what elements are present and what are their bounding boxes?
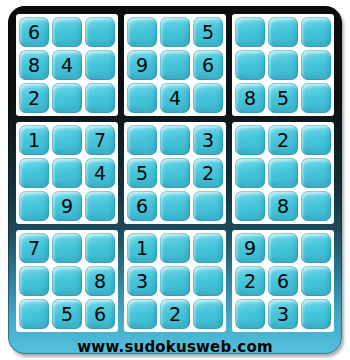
box-2-3: 28: [232, 122, 334, 224]
box-3-1: 7856: [16, 230, 118, 332]
cell-r6c8[interactable]: 8: [268, 191, 298, 221]
cell-r1c7[interactable]: [235, 17, 265, 47]
cell-r4c1[interactable]: 1: [19, 125, 49, 155]
cell-r9c2[interactable]: 5: [52, 299, 82, 329]
cell-r5c1[interactable]: [19, 158, 49, 188]
cell-r1c3[interactable]: [85, 17, 115, 47]
cell-r1c4[interactable]: [127, 17, 157, 47]
cell-r8c2[interactable]: [52, 266, 82, 296]
cell-r5c7[interactable]: [235, 158, 265, 188]
cell-r4c5[interactable]: [160, 125, 190, 155]
cell-r6c3[interactable]: [85, 191, 115, 221]
cell-r2c7[interactable]: [235, 50, 265, 80]
cell-r4c6[interactable]: 3: [193, 125, 223, 155]
cell-r5c3[interactable]: 4: [85, 158, 115, 188]
cell-r5c4[interactable]: 5: [127, 158, 157, 188]
box-1-3: 85: [232, 14, 334, 116]
cell-r5c6[interactable]: 2: [193, 158, 223, 188]
box-2-2: 3526: [124, 122, 226, 224]
cell-r7c2[interactable]: [52, 233, 82, 263]
cell-r7c5[interactable]: [160, 233, 190, 263]
cell-r7c1[interactable]: 7: [19, 233, 49, 263]
cell-r3c1[interactable]: 2: [19, 83, 49, 113]
sudoku-board-frame: 6842596485174935262878561329263 www.sudo…: [8, 6, 342, 354]
cell-r8c1[interactable]: [19, 266, 49, 296]
cell-r4c4[interactable]: [127, 125, 157, 155]
cell-r9c1[interactable]: [19, 299, 49, 329]
cell-r2c2[interactable]: 4: [52, 50, 82, 80]
cell-r9c8[interactable]: 3: [268, 299, 298, 329]
cell-r2c1[interactable]: 8: [19, 50, 49, 80]
cell-r2c5[interactable]: [160, 50, 190, 80]
cell-r9c6[interactable]: [193, 299, 223, 329]
cell-r8c5[interactable]: [160, 266, 190, 296]
cell-r5c8[interactable]: [268, 158, 298, 188]
cell-r1c6[interactable]: 5: [193, 17, 223, 47]
box-1-2: 5964: [124, 14, 226, 116]
cell-r4c3[interactable]: 7: [85, 125, 115, 155]
cell-r4c8[interactable]: 2: [268, 125, 298, 155]
cell-r7c7[interactable]: 9: [235, 233, 265, 263]
cell-r1c2[interactable]: [52, 17, 82, 47]
sudoku-board: 6842596485174935262878561329263: [15, 14, 335, 332]
cell-r4c7[interactable]: [235, 125, 265, 155]
box-1-1: 6842: [16, 14, 118, 116]
cell-r2c9[interactable]: [301, 50, 331, 80]
cell-r3c6[interactable]: [193, 83, 223, 113]
cell-r9c7[interactable]: [235, 299, 265, 329]
cell-r2c8[interactable]: [268, 50, 298, 80]
site-url[interactable]: www.sudokusweb.com: [15, 335, 335, 359]
cell-r6c4[interactable]: 6: [127, 191, 157, 221]
cell-r6c2[interactable]: 9: [52, 191, 82, 221]
cell-r1c1[interactable]: 6: [19, 17, 49, 47]
cell-r8c9[interactable]: [301, 266, 331, 296]
cell-r3c9[interactable]: [301, 83, 331, 113]
cell-r1c8[interactable]: [268, 17, 298, 47]
cell-r8c4[interactable]: 3: [127, 266, 157, 296]
cell-r5c5[interactable]: [160, 158, 190, 188]
cell-r3c4[interactable]: [127, 83, 157, 113]
cell-r9c3[interactable]: 6: [85, 299, 115, 329]
cell-r7c9[interactable]: [301, 233, 331, 263]
cell-r3c3[interactable]: [85, 83, 115, 113]
cell-r4c9[interactable]: [301, 125, 331, 155]
cell-r3c2[interactable]: [52, 83, 82, 113]
cell-r2c3[interactable]: [85, 50, 115, 80]
cell-r8c3[interactable]: 8: [85, 266, 115, 296]
cell-r9c9[interactable]: [301, 299, 331, 329]
cell-r7c8[interactable]: [268, 233, 298, 263]
cell-r3c5[interactable]: 4: [160, 83, 190, 113]
cell-r7c3[interactable]: [85, 233, 115, 263]
box-3-2: 132: [124, 230, 226, 332]
cell-r6c5[interactable]: [160, 191, 190, 221]
cell-r9c4[interactable]: [127, 299, 157, 329]
cell-r3c8[interactable]: 5: [268, 83, 298, 113]
cell-r7c4[interactable]: 1: [127, 233, 157, 263]
cell-r9c5[interactable]: 2: [160, 299, 190, 329]
cell-r1c5[interactable]: [160, 17, 190, 47]
cell-r6c9[interactable]: [301, 191, 331, 221]
cell-r2c4[interactable]: 9: [127, 50, 157, 80]
cell-r6c6[interactable]: [193, 191, 223, 221]
cell-r6c1[interactable]: [19, 191, 49, 221]
cell-r8c7[interactable]: 2: [235, 266, 265, 296]
cell-r8c8[interactable]: 6: [268, 266, 298, 296]
cell-r5c9[interactable]: [301, 158, 331, 188]
cell-r8c6[interactable]: [193, 266, 223, 296]
cell-r3c7[interactable]: 8: [235, 83, 265, 113]
cell-r6c7[interactable]: [235, 191, 265, 221]
box-2-1: 1749: [16, 122, 118, 224]
box-3-3: 9263: [232, 230, 334, 332]
cell-r4c2[interactable]: [52, 125, 82, 155]
cell-r1c9[interactable]: [301, 17, 331, 47]
cell-r2c6[interactable]: 6: [193, 50, 223, 80]
cell-r7c6[interactable]: [193, 233, 223, 263]
cell-r5c2[interactable]: [52, 158, 82, 188]
